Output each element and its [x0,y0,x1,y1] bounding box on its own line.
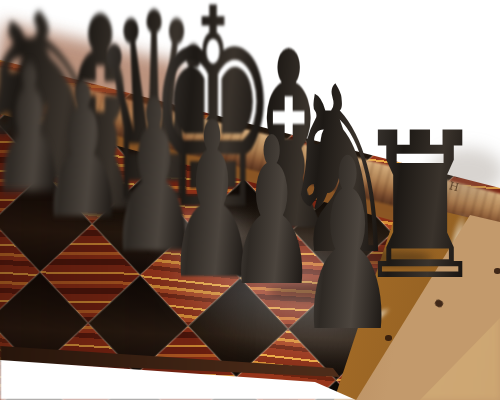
engraved-mark [494,268,500,274]
chess-set-photo: H ♞ ♝ ♛ ♚ ♝ ♞ ♜ ♟ ♟ ♟ ♟ ♟ ♟ [0,0,500,400]
piece-pawn-g7: ♟ [297,129,398,366]
